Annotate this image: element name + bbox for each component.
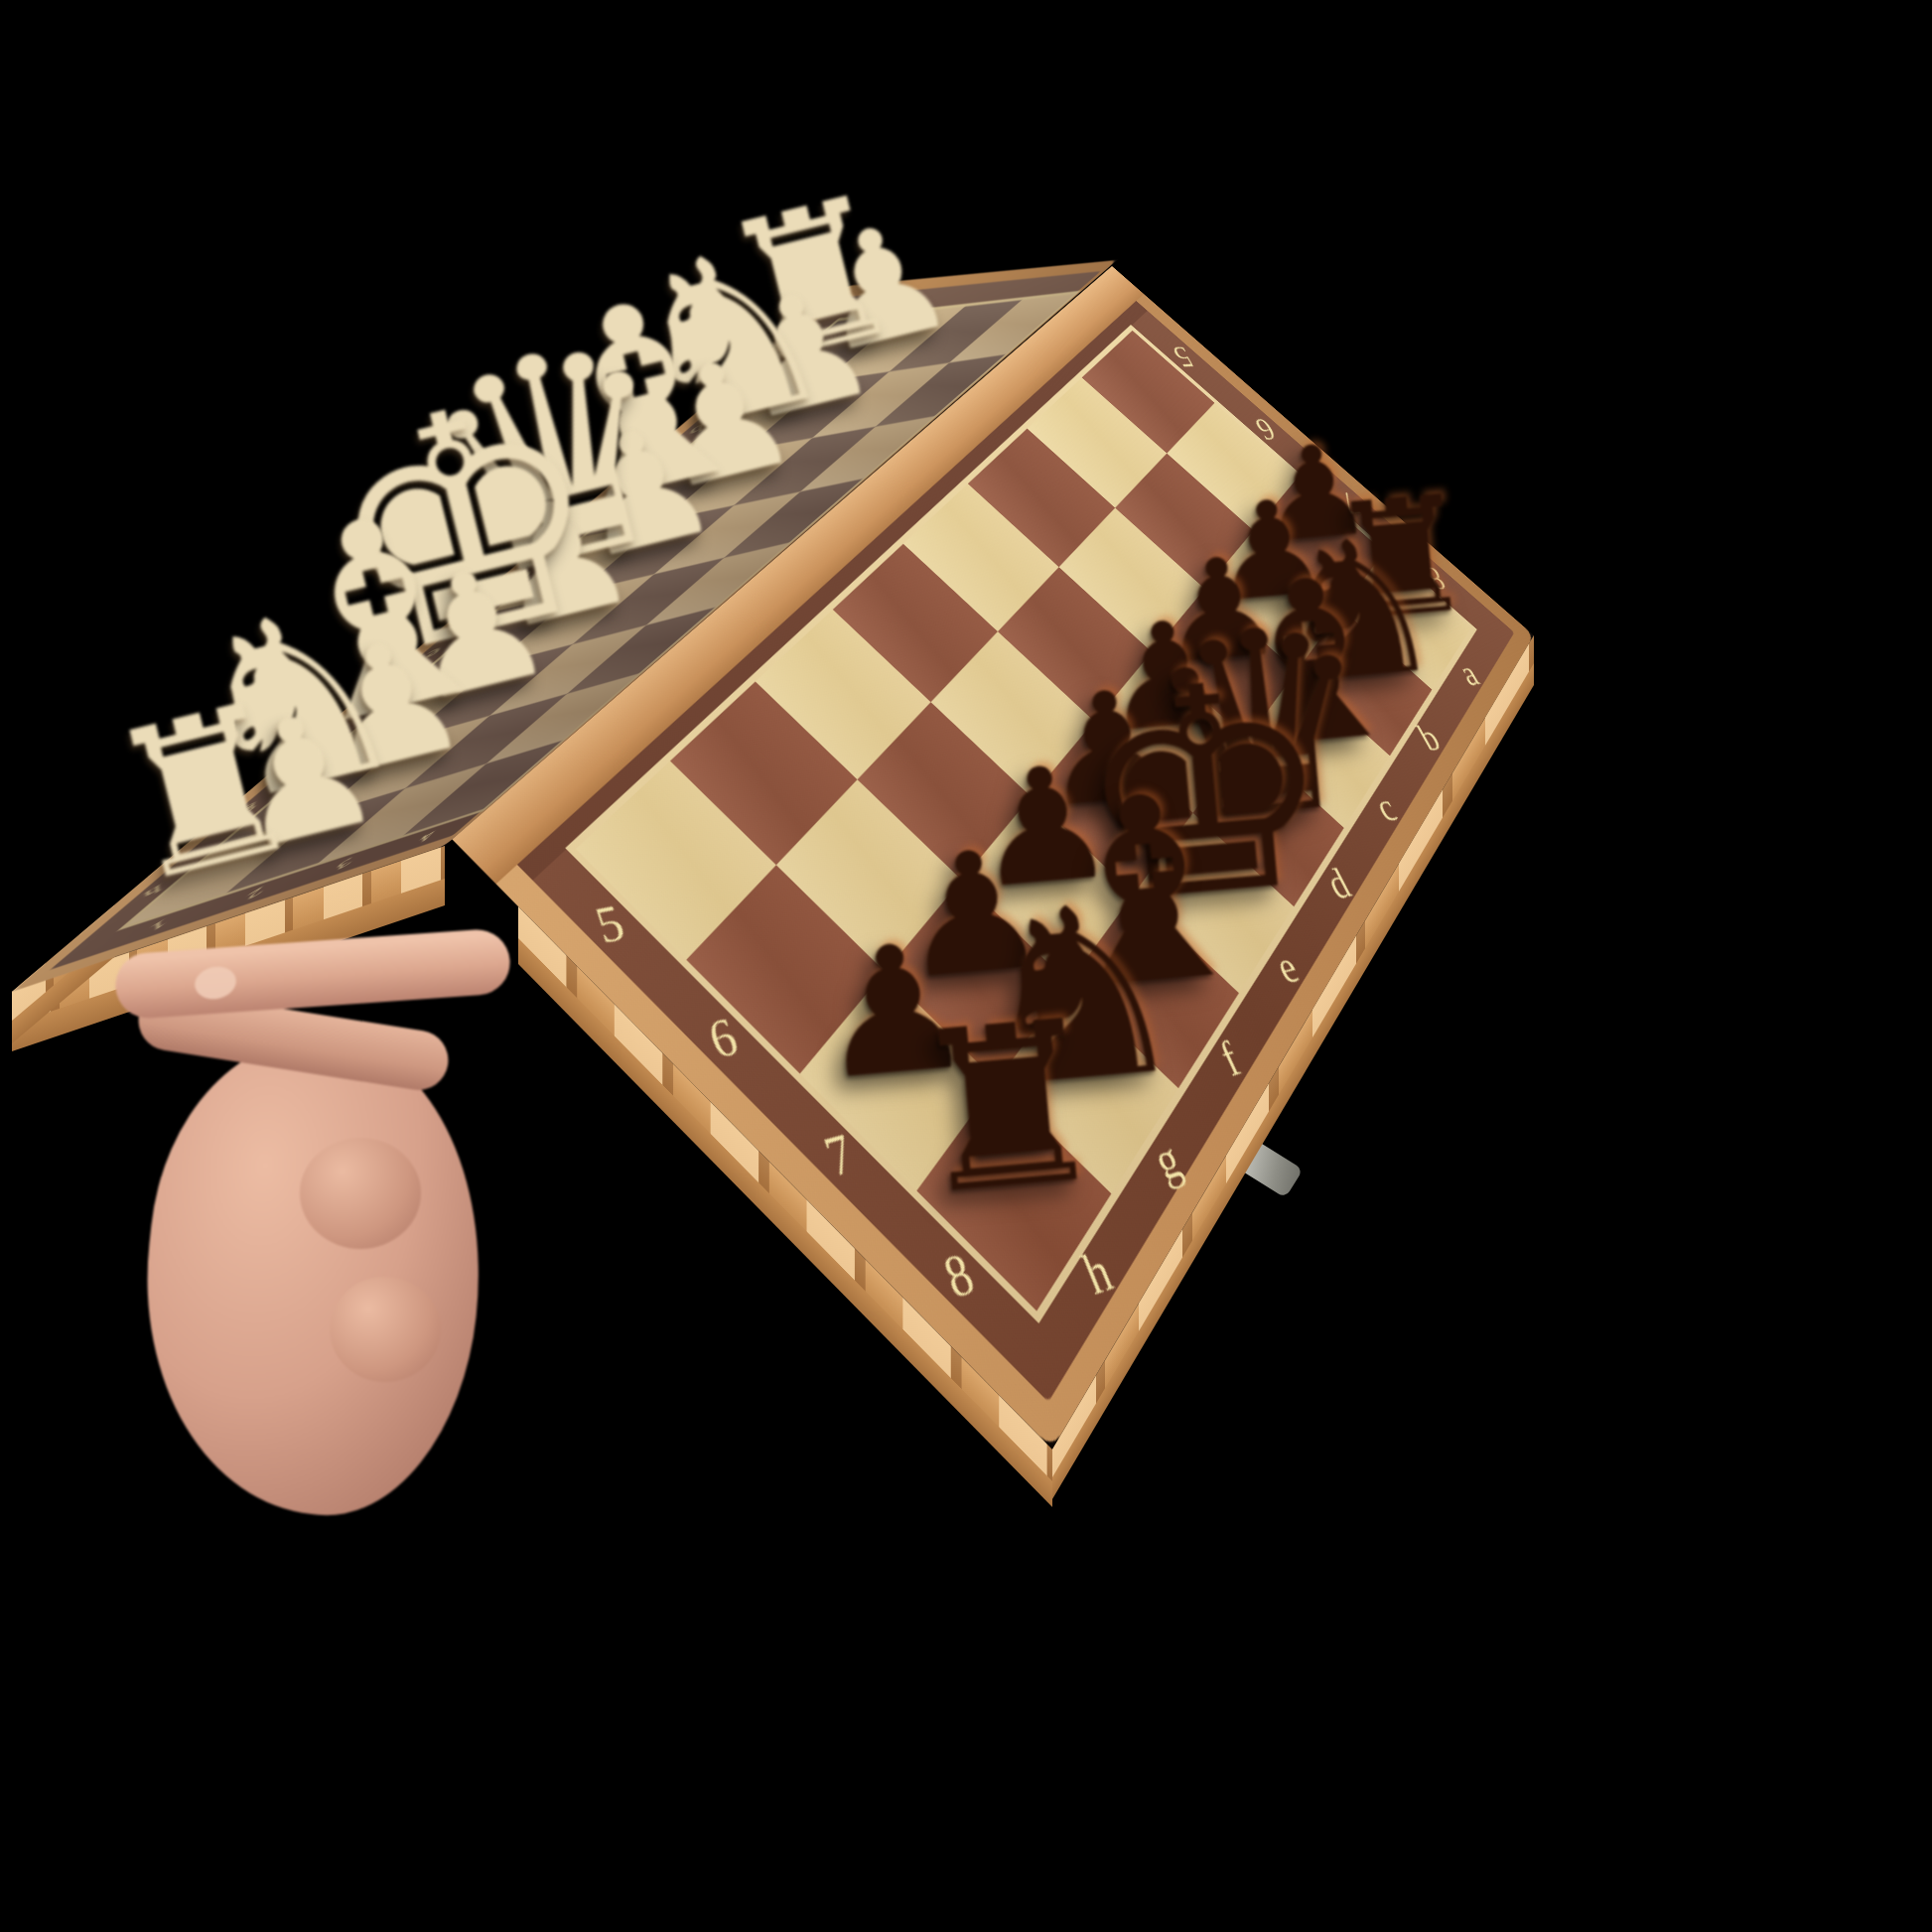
product-photo-stage: 55667788hgfedcba 1234hgfedcba ♟♜♟♞♟♝♟♟♛♟… — [0, 0, 1932, 1932]
curled-finger-knuckle — [300, 1138, 421, 1249]
hand-fist — [123, 1023, 503, 1529]
curled-finger-knuckle — [330, 1277, 441, 1382]
piece-black-rook: ♜ — [899, 989, 1117, 1227]
